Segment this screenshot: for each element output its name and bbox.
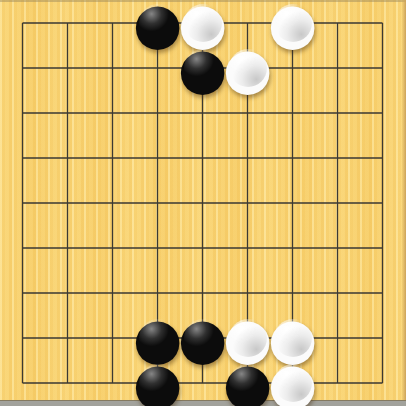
board-point[interactable]: [360, 91, 405, 136]
board-point[interactable]: [315, 136, 360, 181]
board-point[interactable]: [45, 136, 90, 181]
board-point[interactable]: [45, 46, 90, 91]
board-point[interactable]: [225, 181, 270, 226]
board-point[interactable]: ●: [180, 46, 225, 91]
black-stone: ●: [182, 47, 224, 89]
board-point[interactable]: [90, 181, 135, 226]
board-point[interactable]: [315, 91, 360, 136]
board-grid: ●●●●●●●●●●●●: [0, 1, 405, 406]
board-point[interactable]: [45, 271, 90, 316]
board-point[interactable]: [0, 226, 45, 271]
board-point[interactable]: [90, 361, 135, 406]
board-point[interactable]: [180, 226, 225, 271]
board-point[interactable]: [90, 1, 135, 46]
board-point[interactable]: [45, 361, 90, 406]
board-point[interactable]: [315, 181, 360, 226]
board-point[interactable]: [180, 181, 225, 226]
board-point[interactable]: [0, 1, 45, 46]
black-stone: ●: [227, 362, 269, 404]
board-point[interactable]: [360, 226, 405, 271]
board-point[interactable]: [315, 46, 360, 91]
board-point[interactable]: ●: [225, 361, 270, 406]
board-point[interactable]: [270, 226, 315, 271]
board-point[interactable]: [45, 1, 90, 46]
board-point[interactable]: [90, 316, 135, 361]
board-point[interactable]: [180, 136, 225, 181]
board-point[interactable]: [90, 46, 135, 91]
board-point[interactable]: ●: [135, 361, 180, 406]
board-point[interactable]: [270, 136, 315, 181]
board-point[interactable]: [315, 361, 360, 406]
board-point[interactable]: [270, 181, 315, 226]
board-point[interactable]: [0, 271, 45, 316]
board-point[interactable]: [0, 181, 45, 226]
board-point[interactable]: [270, 91, 315, 136]
board-point[interactable]: [0, 361, 45, 406]
board-point[interactable]: [315, 271, 360, 316]
black-stone: ●: [182, 317, 224, 359]
board-point[interactable]: [225, 226, 270, 271]
board-point[interactable]: [45, 91, 90, 136]
board-point[interactable]: [90, 136, 135, 181]
board-point[interactable]: [360, 1, 405, 46]
board-point[interactable]: [135, 136, 180, 181]
board-point[interactable]: ●: [270, 361, 315, 406]
board-point[interactable]: [0, 46, 45, 91]
board-point[interactable]: [45, 316, 90, 361]
white-stone: ●: [227, 47, 269, 89]
board-point[interactable]: [135, 91, 180, 136]
board-point[interactable]: [225, 136, 270, 181]
board-point[interactable]: [360, 361, 405, 406]
board-point[interactable]: [315, 316, 360, 361]
board-point[interactable]: [360, 46, 405, 91]
board-point[interactable]: [360, 316, 405, 361]
board-point[interactable]: ●: [135, 1, 180, 46]
board-point[interactable]: [0, 91, 45, 136]
go-board: ●●●●●●●●●●●●: [0, 0, 406, 406]
board-point[interactable]: [90, 271, 135, 316]
board-point[interactable]: [135, 181, 180, 226]
black-stone: ●: [137, 2, 179, 44]
board-point[interactable]: [90, 91, 135, 136]
board-point[interactable]: [315, 1, 360, 46]
board-point[interactable]: [135, 226, 180, 271]
black-stone: ●: [137, 362, 179, 404]
board-point[interactable]: ●: [180, 316, 225, 361]
board-point[interactable]: [45, 181, 90, 226]
white-stone: ●: [272, 362, 314, 404]
board-point[interactable]: [315, 226, 360, 271]
board-point[interactable]: [360, 271, 405, 316]
board-point[interactable]: [90, 226, 135, 271]
board-point[interactable]: ●: [225, 46, 270, 91]
board-point[interactable]: [45, 226, 90, 271]
board-point[interactable]: ●: [270, 1, 315, 46]
board-point[interactable]: [360, 136, 405, 181]
board-point[interactable]: [360, 181, 405, 226]
board-point[interactable]: [0, 136, 45, 181]
white-stone: ●: [272, 2, 314, 44]
board-point[interactable]: [0, 316, 45, 361]
